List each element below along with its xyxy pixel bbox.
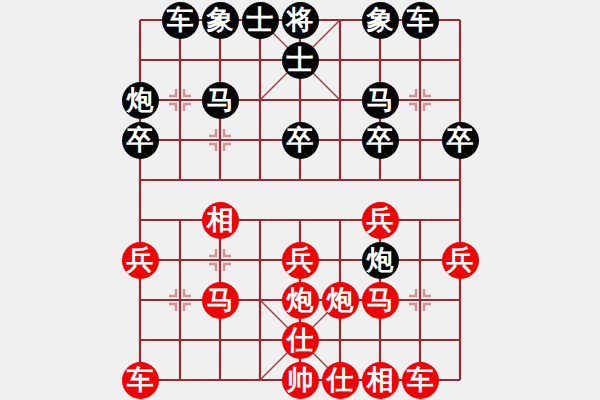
- piece-black-cannon[interactable]: 炮: [362, 242, 399, 279]
- pieces-layer: 车象士将象车士炮马马卒卒卒卒相兵兵兵炮兵马炮炮马仕车帅仕相车: [0, 0, 600, 400]
- piece-red-soldier[interactable]: 兵: [442, 242, 479, 279]
- piece-red-soldier[interactable]: 兵: [122, 242, 159, 279]
- piece-black-horse[interactable]: 马: [202, 82, 239, 119]
- piece-red-cannon[interactable]: 炮: [322, 282, 359, 319]
- piece-red-soldier[interactable]: 兵: [362, 202, 399, 239]
- piece-black-soldier[interactable]: 卒: [122, 122, 159, 159]
- piece-black-king[interactable]: 将: [282, 2, 319, 39]
- piece-black-soldier[interactable]: 卒: [442, 122, 479, 159]
- piece-black-elephant[interactable]: 象: [202, 2, 239, 39]
- piece-red-king[interactable]: 帅: [282, 362, 319, 399]
- piece-red-elephant[interactable]: 相: [202, 202, 239, 239]
- piece-red-elephant[interactable]: 相: [362, 362, 399, 399]
- piece-red-chariot[interactable]: 车: [402, 362, 439, 399]
- piece-red-advisor[interactable]: 仕: [282, 322, 319, 359]
- piece-black-cannon[interactable]: 炮: [122, 82, 159, 119]
- piece-black-horse[interactable]: 马: [362, 82, 399, 119]
- piece-red-cannon[interactable]: 炮: [282, 282, 319, 319]
- piece-red-chariot[interactable]: 车: [122, 362, 159, 399]
- piece-red-soldier[interactable]: 兵: [282, 242, 319, 279]
- xiangqi-board[interactable]: 车象士将象车士炮马马卒卒卒卒相兵兵兵炮兵马炮炮马仕车帅仕相车: [0, 0, 600, 400]
- piece-red-horse[interactable]: 马: [362, 282, 399, 319]
- piece-black-chariot[interactable]: 车: [162, 2, 199, 39]
- piece-black-soldier[interactable]: 卒: [362, 122, 399, 159]
- piece-black-chariot[interactable]: 车: [402, 2, 439, 39]
- piece-red-advisor[interactable]: 仕: [322, 362, 359, 399]
- piece-black-advisor[interactable]: 士: [242, 2, 279, 39]
- piece-black-elephant[interactable]: 象: [362, 2, 399, 39]
- piece-red-horse[interactable]: 马: [202, 282, 239, 319]
- piece-black-soldier[interactable]: 卒: [282, 122, 319, 159]
- piece-black-advisor[interactable]: 士: [282, 42, 319, 79]
